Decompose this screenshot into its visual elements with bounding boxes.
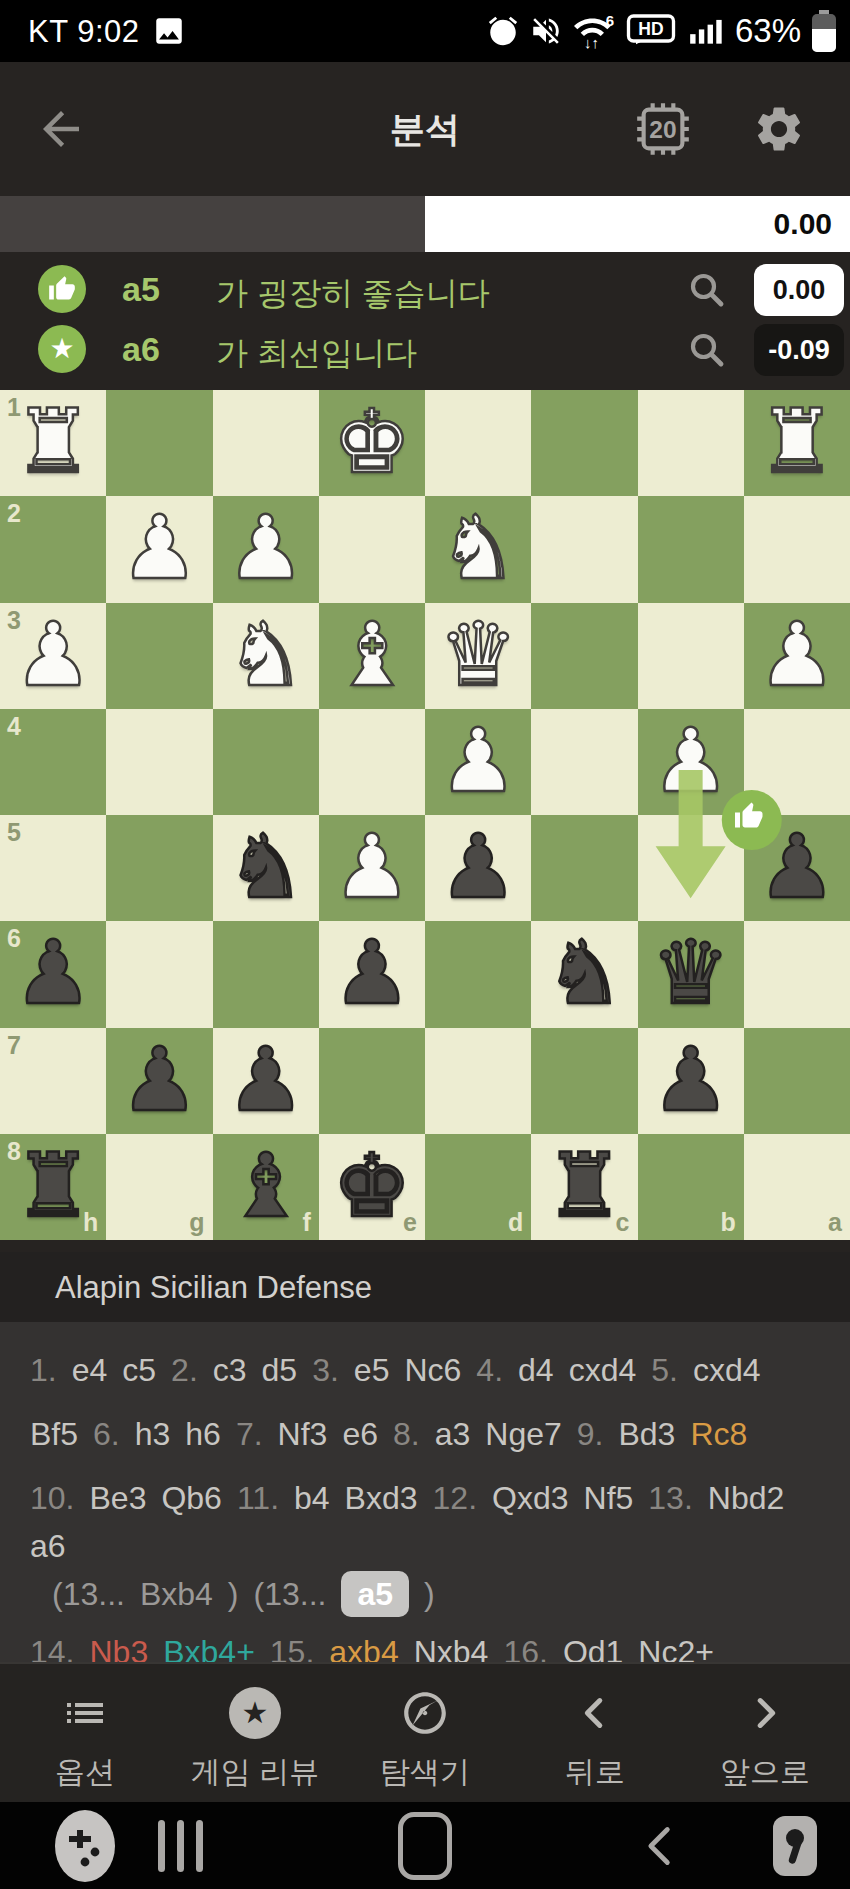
file-label: e xyxy=(403,1208,417,1237)
svg-text:6: 6 xyxy=(606,12,614,29)
square-h4[interactable]: 4 xyxy=(0,709,106,815)
move-number: 1. xyxy=(30,1352,57,1388)
square-f7[interactable]: ♟ xyxy=(213,1028,319,1134)
square-d2[interactable]: ♞ xyxy=(425,496,531,602)
square-g3[interactable] xyxy=(106,603,212,709)
move-number: 13. xyxy=(648,1480,692,1516)
square-c1[interactable] xyxy=(531,390,637,496)
square-g7[interactable]: ♟ xyxy=(106,1028,212,1134)
hd-icon: HD xyxy=(625,11,677,51)
page-title: 분석 xyxy=(0,106,850,153)
line-eval-badge: 0.00 xyxy=(754,264,844,316)
square-h8[interactable]: ♜8h xyxy=(0,1134,106,1240)
rank-label: 2 xyxy=(7,499,21,528)
black-pawn: ♟ xyxy=(638,1028,744,1134)
move-token[interactable]: Bf5 xyxy=(30,1416,78,1452)
chevron-right-icon xyxy=(680,1686,850,1740)
square-e4[interactable] xyxy=(319,709,425,815)
square-b3[interactable] xyxy=(638,603,744,709)
move-token[interactable]: Nc6 xyxy=(404,1352,461,1388)
options-button[interactable]: 옵션 xyxy=(0,1664,170,1804)
best-move-star-icon: ★ xyxy=(38,325,86,373)
square-d8[interactable]: d xyxy=(425,1134,531,1240)
engine-depth-chip-icon[interactable]: 20 xyxy=(632,98,694,160)
move-number: 9. xyxy=(577,1416,604,1452)
square-e3[interactable]: ♝ xyxy=(319,603,425,709)
line-eval-badge: -0.09 xyxy=(754,324,844,376)
move-token[interactable]: c3 xyxy=(213,1352,247,1388)
black-pawn: ♟ xyxy=(106,1028,212,1134)
square-g5[interactable] xyxy=(106,815,212,921)
file-label: g xyxy=(189,1208,204,1237)
rank-label: 8 xyxy=(7,1137,21,1166)
battery-percent: 63% xyxy=(735,12,801,50)
square-a3[interactable]: ♟ xyxy=(744,603,850,709)
feedback-row-good[interactable]: a5 가 굉장히 좋습니다 0.00 xyxy=(0,262,850,318)
file-label: c xyxy=(616,1208,630,1237)
move-number: 5. xyxy=(651,1352,678,1388)
move-number: 12. xyxy=(433,1480,477,1516)
white-pawn: ♟ xyxy=(638,709,744,815)
move-number: 3. xyxy=(312,1352,339,1388)
game-launcher-icon[interactable] xyxy=(40,1802,130,1889)
move-number: 8. xyxy=(393,1416,420,1452)
black-pawn: ♟ xyxy=(425,815,531,921)
edge-panel-icon[interactable] xyxy=(755,1802,835,1889)
move-token[interactable]: cxd4 xyxy=(569,1352,637,1388)
engine-depth-value: 20 xyxy=(649,116,676,143)
square-d7[interactable] xyxy=(425,1028,531,1134)
square-c7[interactable] xyxy=(531,1028,637,1134)
back-icon[interactable] xyxy=(610,1802,710,1889)
square-e2[interactable] xyxy=(319,496,425,602)
square-a8[interactable]: a xyxy=(744,1134,850,1240)
square-d6[interactable] xyxy=(425,921,531,1027)
black-pawn: ♟ xyxy=(744,815,850,921)
move-line: 1.e4c52.c3d53.e5Nc64.d4cxd45.cxd4 xyxy=(30,1352,776,1389)
file-label: h xyxy=(83,1208,98,1237)
square-c5[interactable] xyxy=(531,815,637,921)
move-token[interactable]: a6 xyxy=(30,1528,66,1564)
square-b8[interactable]: b xyxy=(638,1134,744,1240)
file-label: b xyxy=(720,1208,735,1237)
move-token[interactable]: ) xyxy=(228,1576,239,1612)
move-token[interactable]: c5 xyxy=(122,1352,156,1388)
move-token[interactable]: Qb6 xyxy=(161,1480,221,1516)
square-h6[interactable]: ♟6 xyxy=(0,921,106,1027)
move-line: Bf56.h3h67.Nf3e68.a3Nge79.Bd3Rc8 xyxy=(30,1416,762,1453)
move-token[interactable]: a3 xyxy=(435,1416,471,1452)
selected-move-chip[interactable]: a5 xyxy=(341,1571,409,1617)
white-pawn: ♟ xyxy=(744,603,850,709)
white-queen: ♛ xyxy=(425,603,531,709)
svg-text:HD: HD xyxy=(638,19,663,39)
signal-icon xyxy=(686,12,726,50)
evaluation-score: 0.00 xyxy=(425,196,832,252)
white-pawn: ♟ xyxy=(106,496,212,602)
square-e5[interactable]: ♟ xyxy=(319,815,425,921)
square-e6[interactable]: ♟ xyxy=(319,921,425,1027)
file-label: f xyxy=(302,1208,310,1237)
move-token[interactable]: Rc8 xyxy=(690,1416,747,1452)
magnifier-icon[interactable] xyxy=(686,269,728,311)
move-token[interactable]: h3 xyxy=(135,1416,171,1452)
black-knight: ♞ xyxy=(531,921,637,1027)
move-token[interactable]: Nf5 xyxy=(584,1480,634,1516)
move-token[interactable]: Nge7 xyxy=(485,1416,562,1452)
square-a7[interactable] xyxy=(744,1028,850,1134)
file-label: d xyxy=(508,1208,523,1237)
square-b4[interactable]: ♟ xyxy=(638,709,744,815)
square-d4[interactable]: ♟ xyxy=(425,709,531,815)
home-icon[interactable] xyxy=(365,1802,485,1889)
white-knight: ♞ xyxy=(213,603,319,709)
square-a4[interactable] xyxy=(744,709,850,815)
suggested-move: a5 xyxy=(122,270,160,309)
black-pawn: ♟ xyxy=(213,1028,319,1134)
move-token[interactable]: e6 xyxy=(342,1416,378,1452)
analysis-screen: KT 9:02 6↓↑ HD 63% 분석 20 0.00 xyxy=(0,0,850,1889)
list-icon xyxy=(0,1686,170,1740)
move-token[interactable]: Bxb4 xyxy=(140,1576,213,1612)
square-d5[interactable]: ♟ xyxy=(425,815,531,921)
alarm-icon xyxy=(486,14,520,48)
feedback-text: 가 굉장히 좋습니다 xyxy=(216,272,490,316)
opening-bar: Alapin Sicilian Defense xyxy=(0,1252,850,1322)
file-label: a xyxy=(828,1208,842,1237)
square-d1[interactable] xyxy=(425,390,531,496)
carrier-time: KT 9:02 xyxy=(28,14,140,50)
square-g1[interactable] xyxy=(106,390,212,496)
opening-name: Alapin Sicilian Defense xyxy=(55,1270,372,1306)
move-token[interactable]: h6 xyxy=(185,1416,221,1452)
square-g2[interactable]: ♟ xyxy=(106,496,212,602)
analysis-toolbar: 옵션 ★ 게임 리뷰 탐색기 뒤로 앞으로 xyxy=(0,1662,850,1804)
feedback-text: 가 최선입니다 xyxy=(216,332,417,376)
move-token[interactable]: (13... xyxy=(254,1576,327,1612)
square-c3[interactable] xyxy=(531,603,637,709)
wifi6-icon: 6↓↑ xyxy=(572,11,616,51)
white-pawn: ♟ xyxy=(425,709,531,815)
black-queen: ♛ xyxy=(638,921,744,1027)
move-feedback-panel: a5 가 굉장히 좋습니다 0.00 ★ a6 가 최선입니다 -0.09 xyxy=(0,252,850,390)
square-g6[interactable] xyxy=(106,921,212,1027)
game-review-button[interactable]: ★ 게임 리뷰 xyxy=(170,1664,340,1804)
move-number: 7. xyxy=(236,1416,263,1452)
square-f3[interactable]: ♞ xyxy=(213,603,319,709)
black-knight: ♞ xyxy=(213,815,319,921)
move-token[interactable]: Qxd3 xyxy=(492,1480,568,1516)
rank-label: 5 xyxy=(7,818,21,847)
square-d3[interactable]: ♛ xyxy=(425,603,531,709)
white-bishop: ♝ xyxy=(319,603,425,709)
move-token[interactable]: Bd3 xyxy=(618,1416,675,1452)
feedback-row-best[interactable]: ★ a6 가 최선입니다 -0.09 xyxy=(0,322,850,378)
square-b2[interactable] xyxy=(638,496,744,602)
move-number: 10. xyxy=(30,1480,74,1516)
star-circle-icon: ★ xyxy=(170,1686,340,1740)
square-b6[interactable]: ♛ xyxy=(638,921,744,1027)
square-g8[interactable]: g xyxy=(106,1134,212,1240)
square-h3[interactable]: ♟3 xyxy=(0,603,106,709)
move-token[interactable]: Nf3 xyxy=(278,1416,328,1452)
square-f6[interactable] xyxy=(213,921,319,1027)
square-g4[interactable] xyxy=(106,709,212,815)
rank-label: 4 xyxy=(7,712,21,741)
white-pawn: ♟ xyxy=(319,815,425,921)
white-knight: ♞ xyxy=(425,496,531,602)
square-h1[interactable]: ♜1 xyxy=(0,390,106,496)
square-h5[interactable]: 5 xyxy=(0,815,106,921)
move-token[interactable]: d4 xyxy=(518,1352,554,1388)
square-a1[interactable]: ♜ xyxy=(744,390,850,496)
move-line: (13...Bxb4)(13...a5) xyxy=(52,1576,450,1613)
rank-label: 6 xyxy=(7,924,21,953)
thumbs-up-icon xyxy=(38,265,86,313)
android-nav-bar xyxy=(0,1802,850,1889)
square-c8[interactable]: ♜c xyxy=(531,1134,637,1240)
move-token[interactable]: (13... xyxy=(52,1576,125,1612)
image-icon xyxy=(152,14,186,48)
board-bottom-strip xyxy=(0,1240,850,1252)
square-c4[interactable] xyxy=(531,709,637,815)
svg-text:↓↑: ↓↑ xyxy=(584,34,599,51)
move-token[interactable]: d5 xyxy=(262,1352,298,1388)
rank-label: 3 xyxy=(7,606,21,635)
rank-label: 1 xyxy=(7,393,21,422)
black-pawn: ♟ xyxy=(319,921,425,1027)
square-c2[interactable] xyxy=(531,496,637,602)
explorer-button[interactable]: 탐색기 xyxy=(340,1664,510,1804)
white-king: ♚ xyxy=(319,390,425,496)
suggested-move: a6 xyxy=(122,330,160,369)
magnifier-icon[interactable] xyxy=(686,329,728,371)
move-token[interactable]: ) xyxy=(424,1576,435,1612)
square-a5[interactable]: ♟ xyxy=(744,815,850,921)
move-token[interactable]: b4 xyxy=(294,1480,330,1516)
move-token[interactable]: Be3 xyxy=(89,1480,146,1516)
rank-label: 7 xyxy=(7,1031,21,1060)
move-line: 10.Be3Qb611.b4Bxd312.Qxd3Nf513.Nbd2 xyxy=(30,1480,799,1517)
gear-icon[interactable] xyxy=(752,102,806,156)
battery-icon xyxy=(810,9,838,53)
square-f5[interactable]: ♞ xyxy=(213,815,319,921)
square-f8[interactable]: ♝f xyxy=(213,1134,319,1240)
square-h2[interactable]: 2 xyxy=(0,496,106,602)
move-number: 2. xyxy=(171,1352,198,1388)
square-b1[interactable] xyxy=(638,390,744,496)
square-a6[interactable] xyxy=(744,921,850,1027)
move-line: a6 xyxy=(30,1528,81,1565)
move-token[interactable]: e5 xyxy=(354,1352,390,1388)
move-token[interactable]: Nbd2 xyxy=(708,1480,785,1516)
square-h7[interactable]: 7 xyxy=(0,1028,106,1134)
square-c6[interactable]: ♞ xyxy=(531,921,637,1027)
status-bar: KT 9:02 6↓↑ HD 63% xyxy=(0,0,850,62)
move-number: 4. xyxy=(476,1352,503,1388)
square-f4[interactable] xyxy=(213,709,319,815)
square-b7[interactable]: ♟ xyxy=(638,1028,744,1134)
forward-move-button[interactable]: 앞으로 xyxy=(680,1664,850,1804)
back-move-button[interactable]: 뒤로 xyxy=(510,1664,680,1804)
square-e8[interactable]: ♚e xyxy=(319,1134,425,1240)
app-header: 분석 20 xyxy=(0,62,850,196)
square-f2[interactable]: ♟ xyxy=(213,496,319,602)
move-token[interactable]: Bxd3 xyxy=(345,1480,418,1516)
chess-board[interactable]: ♜1♚♜2♟♟♞♟3♞♝♛♟4♟♟5♞♟♟♟♟6♟♞♛7♟♟♟♜8hg♝f♚ed… xyxy=(0,390,850,1240)
square-f1[interactable] xyxy=(213,390,319,496)
move-number: 6. xyxy=(93,1416,120,1452)
move-token[interactable]: e4 xyxy=(72,1352,108,1388)
compass-icon xyxy=(340,1686,510,1740)
chevron-left-icon xyxy=(510,1686,680,1740)
move-token[interactable]: cxd4 xyxy=(693,1352,761,1388)
square-e7[interactable] xyxy=(319,1028,425,1134)
white-rook: ♜ xyxy=(744,390,850,496)
move-number: 11. xyxy=(237,1480,279,1516)
status-icons: 6↓↑ HD 63% xyxy=(486,8,838,54)
mute-icon xyxy=(529,14,563,48)
recents-icon[interactable] xyxy=(120,1802,240,1889)
square-a2[interactable] xyxy=(744,496,850,602)
white-pawn: ♟ xyxy=(213,496,319,602)
square-e1[interactable]: ♚ xyxy=(319,390,425,496)
square-b5[interactable] xyxy=(638,815,744,921)
